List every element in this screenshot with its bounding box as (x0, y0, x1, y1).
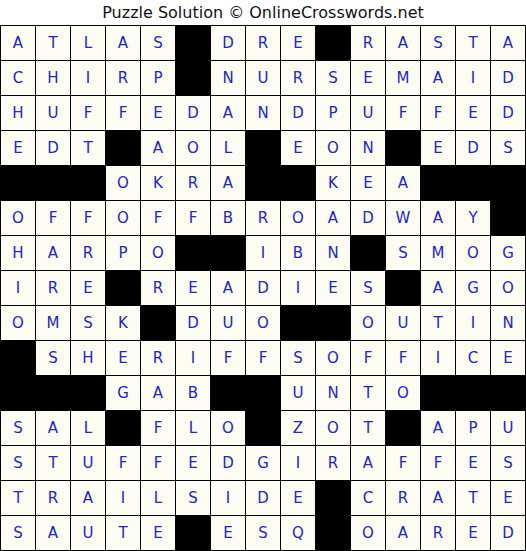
letter-cell-r6c2: F (36, 201, 70, 235)
letter-cell-r10c15: E (491, 341, 525, 375)
block-cell-r8c12 (386, 271, 420, 305)
letter-cell-r10c4: E (106, 341, 140, 375)
letter-cell-r12c13: A (421, 411, 455, 445)
letter-cell-r3c13: F (421, 96, 455, 130)
letter-cell-r10c13: I (421, 341, 455, 375)
letter-cell-r2c2: H (36, 61, 70, 95)
letter-cell-r6c1: O (1, 201, 35, 235)
letter-cell-r14c6: S (176, 481, 210, 515)
letter-cell-r9c11: O (351, 306, 385, 340)
letter-cell-r14c12: R (386, 481, 420, 515)
letter-cell-r7c8: I (246, 236, 280, 270)
letter-cell-r2c5: P (141, 61, 175, 95)
letter-cell-r15c7: E (211, 516, 245, 550)
letter-cell-r14c9: E (281, 481, 315, 515)
letter-cell-r7c13: M (421, 236, 455, 270)
letter-cell-r15c2: A (36, 516, 70, 550)
letter-cell-r5c10: K (316, 166, 350, 200)
letter-cell-r5c11: E (351, 166, 385, 200)
letter-cell-r5c4: O (106, 166, 140, 200)
block-cell-r6c15 (491, 201, 525, 235)
letter-cell-r2c4: R (106, 61, 140, 95)
block-cell-r15c6 (176, 516, 210, 550)
block-cell-r11c1 (1, 376, 35, 410)
letter-cell-r12c5: F (141, 411, 175, 445)
letter-cell-r9c7: U (211, 306, 245, 340)
letter-cell-r1c3: L (71, 26, 105, 60)
block-cell-r10c1 (1, 341, 35, 375)
letter-cell-r2c9: R (281, 61, 315, 95)
letter-cell-r9c13: T (421, 306, 455, 340)
letter-cell-r4c15: S (491, 131, 525, 165)
letter-cell-r14c14: T (456, 481, 490, 515)
block-cell-r9c10 (316, 306, 350, 340)
letter-cell-r3c6: D (176, 96, 210, 130)
block-cell-r11c2 (36, 376, 70, 410)
letter-cell-r4c13: E (421, 131, 455, 165)
letter-cell-r6c12: W (386, 201, 420, 235)
letter-cell-r12c7: O (211, 411, 245, 445)
letter-cell-r12c10: O (316, 411, 350, 445)
letter-cell-r3c14: E (456, 96, 490, 130)
letter-cell-r15c5: E (141, 516, 175, 550)
letter-cell-r9c3: S (71, 306, 105, 340)
block-cell-r5c8 (246, 166, 280, 200)
letter-cell-r14c15: E (491, 481, 525, 515)
letter-cell-r9c1: O (1, 306, 35, 340)
letter-cell-r13c1: S (1, 446, 35, 480)
block-cell-r2c6 (176, 61, 210, 95)
block-cell-r4c4 (106, 131, 140, 165)
letter-cell-r10c2: S (36, 341, 70, 375)
letter-cell-r12c15: U (491, 411, 525, 445)
letter-cell-r9c6: D (176, 306, 210, 340)
block-cell-r5c2 (36, 166, 70, 200)
letter-cell-r8c5: R (141, 271, 175, 305)
letter-cell-r14c5: L (141, 481, 175, 515)
letter-cell-r15c9: Q (281, 516, 315, 550)
letter-cell-r13c9: I (281, 446, 315, 480)
letter-cell-r1c13: S (421, 26, 455, 60)
letter-cell-r3c7: A (211, 96, 245, 130)
letter-cell-r2c1: C (1, 61, 35, 95)
letter-cell-r12c3: L (71, 411, 105, 445)
letter-cell-r14c8: D (246, 481, 280, 515)
block-cell-r14c10 (316, 481, 350, 515)
letter-cell-r7c4: P (106, 236, 140, 270)
letter-cell-r13c14: E (456, 446, 490, 480)
letter-cell-r15c13: R (421, 516, 455, 550)
letter-cell-r15c11: O (351, 516, 385, 550)
letter-cell-r1c15: A (491, 26, 525, 60)
letter-cell-r5c5: K (141, 166, 175, 200)
letter-cell-r13c6: E (176, 446, 210, 480)
letter-cell-r8c15: O (491, 271, 525, 305)
block-cell-r5c15 (491, 166, 525, 200)
letter-cell-r3c11: U (351, 96, 385, 130)
letter-cell-r4c9: E (281, 131, 315, 165)
letter-cell-r10c10: O (316, 341, 350, 375)
letter-cell-r3c15: D (491, 96, 525, 130)
letter-cell-r11c12: O (386, 376, 420, 410)
letter-cell-r8c3: E (71, 271, 105, 305)
letter-cell-r3c10: P (316, 96, 350, 130)
letter-cell-r9c14: I (456, 306, 490, 340)
block-cell-r11c8 (246, 376, 280, 410)
letter-cell-r15c8: S (246, 516, 280, 550)
letter-cell-r8c7: A (211, 271, 245, 305)
letter-cell-r9c12: U (386, 306, 420, 340)
letter-cell-r12c14: P (456, 411, 490, 445)
block-cell-r11c14 (456, 376, 490, 410)
letter-cell-r2c7: N (211, 61, 245, 95)
letter-cell-r1c9: E (281, 26, 315, 60)
letter-cell-r3c12: F (386, 96, 420, 130)
letter-cell-r13c4: F (106, 446, 140, 480)
block-cell-r4c12 (386, 131, 420, 165)
letter-cell-r7c15: G (491, 236, 525, 270)
block-cell-r12c12 (386, 411, 420, 445)
letter-cell-r15c3: U (71, 516, 105, 550)
letter-cell-r9c15: N (491, 306, 525, 340)
letter-cell-r4c14: D (456, 131, 490, 165)
block-cell-r5c13 (421, 166, 455, 200)
letter-cell-r7c12: S (386, 236, 420, 270)
letter-cell-r7c3: R (71, 236, 105, 270)
letter-cell-r6c3: F (71, 201, 105, 235)
letter-cell-r12c2: A (36, 411, 70, 445)
letter-cell-r13c15: S (491, 446, 525, 480)
letter-cell-r3c8: N (246, 96, 280, 130)
letter-cell-r13c3: U (71, 446, 105, 480)
letter-cell-r4c11: N (351, 131, 385, 165)
letter-cell-r3c3: F (71, 96, 105, 130)
letter-cell-r15c4: T (106, 516, 140, 550)
block-cell-r11c3 (71, 376, 105, 410)
letter-cell-r3c4: F (106, 96, 140, 130)
letter-cell-r13c5: F (141, 446, 175, 480)
letter-cell-r9c4: K (106, 306, 140, 340)
letter-cell-r10c3: H (71, 341, 105, 375)
letter-cell-r15c15: D (491, 516, 525, 550)
letter-cell-r14c11: C (351, 481, 385, 515)
letter-cell-r10c7: F (211, 341, 245, 375)
letter-cell-r1c12: A (386, 26, 420, 60)
block-cell-r15c10 (316, 516, 350, 550)
letter-cell-r4c6: O (176, 131, 210, 165)
letter-cell-r2c14: I (456, 61, 490, 95)
letter-cell-r13c7: D (211, 446, 245, 480)
letter-cell-r10c9: S (281, 341, 315, 375)
letter-cell-r2c12: M (386, 61, 420, 95)
letter-cell-r13c10: R (316, 446, 350, 480)
letter-cell-r11c6: B (176, 376, 210, 410)
letter-cell-r6c14: Y (456, 201, 490, 235)
block-cell-r7c7 (211, 236, 245, 270)
letter-cell-r13c12: F (386, 446, 420, 480)
letter-cell-r6c6: F (176, 201, 210, 235)
letter-cell-r8c8: D (246, 271, 280, 305)
block-cell-r5c3 (71, 166, 105, 200)
letter-cell-r11c9: U (281, 376, 315, 410)
puzzle-title: Puzzle Solution © OnlineCrosswords.net (102, 3, 424, 22)
letter-cell-r7c14: O (456, 236, 490, 270)
letter-cell-r2c10: S (316, 61, 350, 95)
letter-cell-r8c13: A (421, 271, 455, 305)
letter-cell-r10c8: F (246, 341, 280, 375)
letter-cell-r12c6: L (176, 411, 210, 445)
letter-cell-r8c10: E (316, 271, 350, 305)
letter-cell-r2c15: D (491, 61, 525, 95)
letter-cell-r12c9: Z (281, 411, 315, 445)
letter-cell-r5c6: R (176, 166, 210, 200)
letter-cell-r5c12: A (386, 166, 420, 200)
letter-cell-r4c10: O (316, 131, 350, 165)
letter-cell-r8c2: R (36, 271, 70, 305)
letter-cell-r2c8: U (246, 61, 280, 95)
letter-cell-r11c10: N (316, 376, 350, 410)
letter-cell-r7c9: B (281, 236, 315, 270)
letter-cell-r5c7: A (211, 166, 245, 200)
block-cell-r11c7 (211, 376, 245, 410)
block-cell-r9c9 (281, 306, 315, 340)
letter-cell-r2c13: A (421, 61, 455, 95)
block-cell-r11c13 (421, 376, 455, 410)
letter-cell-r14c3: A (71, 481, 105, 515)
letter-cell-r14c7: I (211, 481, 245, 515)
letter-cell-r3c9: D (281, 96, 315, 130)
letter-cell-r7c10: N (316, 236, 350, 270)
letter-cell-r8c9: I (281, 271, 315, 305)
letter-cell-r3c2: U (36, 96, 70, 130)
letter-cell-r10c5: R (141, 341, 175, 375)
letter-cell-r11c4: G (106, 376, 140, 410)
letter-cell-r8c1: I (1, 271, 35, 305)
title-bar: Puzzle Solution © OnlineCrosswords.net (0, 0, 526, 25)
block-cell-r5c9 (281, 166, 315, 200)
block-cell-r4c8 (246, 131, 280, 165)
letter-cell-r1c2: T (36, 26, 70, 60)
letter-cell-r15c1: S (1, 516, 35, 550)
block-cell-r12c4 (106, 411, 140, 445)
letter-cell-r4c3: T (71, 131, 105, 165)
letter-cell-r6c10: A (316, 201, 350, 235)
letter-cell-r7c2: A (36, 236, 70, 270)
block-cell-r5c1 (1, 166, 35, 200)
puzzle-solution-page: Puzzle Solution © OnlineCrosswords.net A… (0, 0, 526, 551)
letter-cell-r8c6: E (176, 271, 210, 305)
letter-cell-r11c5: A (141, 376, 175, 410)
letter-cell-r1c5: S (141, 26, 175, 60)
block-cell-r1c10 (316, 26, 350, 60)
block-cell-r7c6 (176, 236, 210, 270)
letter-cell-r6c4: O (106, 201, 140, 235)
letter-cell-r11c11: T (351, 376, 385, 410)
letter-cell-r13c2: T (36, 446, 70, 480)
letter-cell-r4c7: L (211, 131, 245, 165)
letter-cell-r1c4: A (106, 26, 140, 60)
letter-cell-r14c4: I (106, 481, 140, 515)
letter-cell-r6c5: F (141, 201, 175, 235)
letter-cell-r10c6: I (176, 341, 210, 375)
letter-cell-r4c1: E (1, 131, 35, 165)
letter-cell-r9c8: O (246, 306, 280, 340)
letter-cell-r3c1: H (1, 96, 35, 130)
letter-cell-r2c3: I (71, 61, 105, 95)
letter-cell-r7c5: O (141, 236, 175, 270)
letter-cell-r13c13: F (421, 446, 455, 480)
letter-cell-r4c2: D (36, 131, 70, 165)
letter-cell-r1c7: D (211, 26, 245, 60)
block-cell-r12c8 (246, 411, 280, 445)
crossword-grid: ATLASDRERASTACHIRPNURSEMAIDHUFFEDANDPUFF… (0, 25, 526, 551)
block-cell-r8c4 (106, 271, 140, 305)
letter-cell-r14c2: R (36, 481, 70, 515)
letter-cell-r7c1: H (1, 236, 35, 270)
letter-cell-r6c9: O (281, 201, 315, 235)
letter-cell-r8c11: S (351, 271, 385, 305)
letter-cell-r1c8: R (246, 26, 280, 60)
letter-cell-r6c13: A (421, 201, 455, 235)
letter-cell-r14c1: T (1, 481, 35, 515)
letter-cell-r8c14: G (456, 271, 490, 305)
letter-cell-r15c14: E (456, 516, 490, 550)
letter-cell-r14c13: A (421, 481, 455, 515)
block-cell-r9c5 (141, 306, 175, 340)
letter-cell-r4c5: A (141, 131, 175, 165)
letter-cell-r6c11: D (351, 201, 385, 235)
letter-cell-r2c11: E (351, 61, 385, 95)
letter-cell-r1c1: A (1, 26, 35, 60)
block-cell-r1c6 (176, 26, 210, 60)
letter-cell-r13c8: G (246, 446, 280, 480)
letter-cell-r9c2: M (36, 306, 70, 340)
letter-cell-r10c12: F (386, 341, 420, 375)
letter-cell-r10c14: C (456, 341, 490, 375)
letter-cell-r1c14: T (456, 26, 490, 60)
letter-cell-r15c12: A (386, 516, 420, 550)
letter-cell-r12c11: T (351, 411, 385, 445)
block-cell-r7c11 (351, 236, 385, 270)
letter-cell-r1c11: R (351, 26, 385, 60)
letter-cell-r13c11: A (351, 446, 385, 480)
letter-cell-r10c11: F (351, 341, 385, 375)
block-cell-r5c14 (456, 166, 490, 200)
letter-cell-r6c7: B (211, 201, 245, 235)
letter-cell-r6c8: R (246, 201, 280, 235)
block-cell-r11c15 (491, 376, 525, 410)
letter-cell-r3c5: E (141, 96, 175, 130)
letter-cell-r12c1: S (1, 411, 35, 445)
